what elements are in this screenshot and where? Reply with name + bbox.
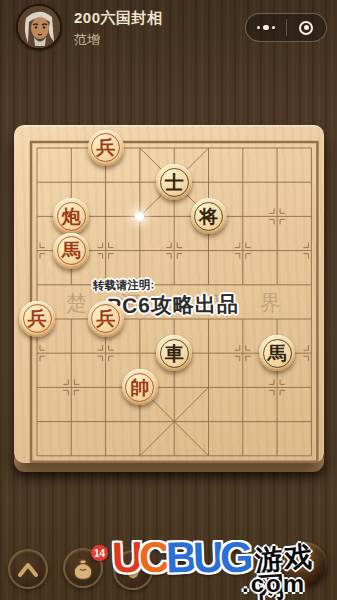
more-button[interactable] bbox=[246, 14, 286, 41]
gourd-icon bbox=[121, 557, 145, 583]
piece-black-将[interactable]: 将 bbox=[191, 198, 227, 234]
avatar bbox=[16, 4, 62, 50]
piece-character: 帥 bbox=[130, 377, 149, 396]
item-button[interactable] bbox=[113, 550, 153, 590]
chevron-up-icon bbox=[14, 557, 42, 581]
piece-character: 炮 bbox=[62, 206, 81, 225]
piece-character: 兵 bbox=[28, 309, 47, 328]
ucbug-letter: B bbox=[165, 536, 194, 580]
hint-count-badge: 14 bbox=[91, 545, 108, 561]
app-screen: 200六国封相 范增 楚 河 汉 界 转载请注明: PC6攻略出品 兵士炮将馬兵… bbox=[0, 0, 337, 600]
piece-red-兵[interactable]: 兵 bbox=[88, 301, 124, 337]
piece-character: 馬 bbox=[268, 343, 287, 362]
piece-character: 将 bbox=[199, 206, 218, 225]
piece-black-車[interactable]: 車 bbox=[156, 335, 192, 371]
ucbug-letter: G bbox=[220, 535, 251, 579]
hint-bag-button[interactable]: 14 bbox=[63, 548, 103, 588]
piece-red-兵[interactable]: 兵 bbox=[19, 301, 55, 337]
more-dots-icon bbox=[257, 25, 276, 31]
header: 200六国封相 范增 bbox=[0, 0, 337, 56]
piece-character: 馬 bbox=[62, 241, 81, 260]
exit-button[interactable] bbox=[287, 14, 327, 41]
ucbug-letter: U bbox=[192, 536, 221, 580]
page-title: 200六国封相 bbox=[74, 9, 163, 28]
piece-character: 兵 bbox=[96, 309, 115, 328]
target-circle-icon bbox=[299, 21, 313, 35]
piece-character: 兵 bbox=[96, 138, 115, 157]
piece-red-馬[interactable]: 馬 bbox=[53, 233, 89, 269]
fan-zeng-portrait-image bbox=[18, 6, 60, 48]
piece-red-帥[interactable]: 帥 bbox=[122, 369, 158, 405]
collapse-button[interactable] bbox=[8, 549, 48, 589]
page-subtitle: 范增 bbox=[74, 31, 100, 49]
piece-character: 士 bbox=[165, 172, 184, 191]
dark-ball-button[interactable] bbox=[283, 542, 327, 586]
miniprogram-capsule bbox=[245, 13, 327, 42]
money-bag-icon bbox=[70, 555, 96, 581]
piece-red-兵[interactable]: 兵 bbox=[88, 130, 124, 166]
piece-black-士[interactable]: 士 bbox=[156, 164, 192, 200]
piece-grid: 兵士炮将馬兵兵車馬帥 bbox=[20, 131, 329, 473]
piece-red-炮[interactable]: 炮 bbox=[53, 198, 89, 234]
piece-character: 車 bbox=[165, 343, 184, 362]
piece-black-馬[interactable]: 馬 bbox=[259, 335, 295, 371]
move-highlight-dot bbox=[135, 212, 144, 221]
